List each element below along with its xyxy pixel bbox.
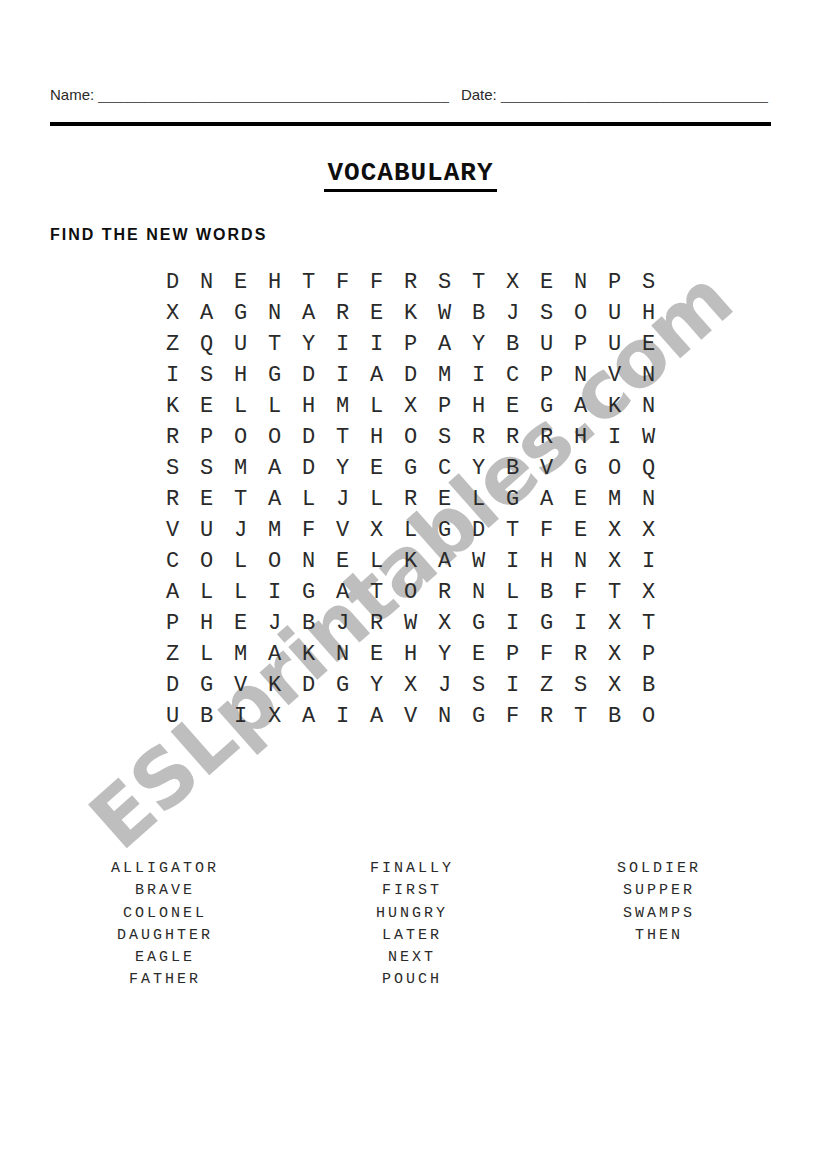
grid-cell-r11c15: X [632, 577, 666, 608]
grid-cell-r13c7: E [360, 639, 394, 670]
grid-cell-r15c15: O [632, 701, 666, 732]
grid-cell-r1c10: T [462, 267, 496, 298]
grid-cell-r14c15: B [632, 670, 666, 701]
grid-cell-r12c9: X [428, 608, 462, 639]
grid-cell-r5c6: M [326, 391, 360, 422]
grid-cell-r2c10: B [462, 298, 496, 329]
date-blank-line: ________________________________ [501, 86, 768, 103]
grid-cell-r15c8: V [394, 701, 428, 732]
grid-cell-r3c7: I [360, 329, 394, 360]
grid-cell-r4c12: P [530, 360, 564, 391]
word-search-grid: DNEHTFFRSTXENPSXAGNAREKWBJSOUHZQUTYIIPAY… [156, 267, 666, 732]
grid-cell-r14c14: X [598, 670, 632, 701]
grid-cell-r15c13: T [564, 701, 598, 732]
grid-cell-r10c1: C [156, 546, 190, 577]
grid-cell-r1c7: F [360, 267, 394, 298]
grid-cell-r6c13: H [564, 422, 598, 453]
grid-cell-r14c7: Y [360, 670, 394, 701]
grid-cell-r4c10: I [462, 360, 496, 391]
grid-cell-r3c13: P [564, 329, 598, 360]
grid-cell-r5c13: A [564, 391, 598, 422]
grid-cell-r1c13: N [564, 267, 598, 298]
grid-cell-r11c1: A [156, 577, 190, 608]
grid-cell-r7c15: Q [632, 453, 666, 484]
grid-cell-r14c2: G [190, 670, 224, 701]
grid-cell-r10c3: L [224, 546, 258, 577]
grid-cell-r10c2: O [190, 546, 224, 577]
word-list-column-3: SOLDIERSUPPERSWAMPSTHEN [534, 858, 781, 992]
grid-cell-r4c8: D [394, 360, 428, 391]
grid-cell-r15c6: I [326, 701, 360, 732]
date-label: Date: [461, 86, 497, 103]
grid-cell-r14c11: I [496, 670, 530, 701]
grid-cell-r3c10: Y [462, 329, 496, 360]
grid-cell-r10c15: I [632, 546, 666, 577]
grid-cell-r15c12: R [530, 701, 564, 732]
word-item-then: THEN [534, 925, 781, 947]
grid-cell-r14c6: G [326, 670, 360, 701]
grid-cell-r2c12: S [530, 298, 564, 329]
grid-cell-r11c13: F [564, 577, 598, 608]
grid-cell-r8c13: E [564, 484, 598, 515]
grid-cell-r12c11: I [496, 608, 530, 639]
grid-cell-r1c3: E [224, 267, 258, 298]
grid-cell-r12c15: T [632, 608, 666, 639]
word-item-first: FIRST [287, 880, 534, 902]
grid-cell-r9c9: G [428, 515, 462, 546]
name-label: Name: [50, 86, 94, 103]
grid-cell-r2c8: K [394, 298, 428, 329]
grid-cell-r12c12: G [530, 608, 564, 639]
grid-cell-r4c13: N [564, 360, 598, 391]
grid-cell-r13c3: M [224, 639, 258, 670]
grid-cell-r14c13: S [564, 670, 598, 701]
grid-cell-r10c9: A [428, 546, 462, 577]
grid-cell-r2c13: O [564, 298, 598, 329]
grid-cell-r12c2: H [190, 608, 224, 639]
grid-cell-r9c2: U [190, 515, 224, 546]
grid-cell-r5c1: K [156, 391, 190, 422]
grid-cell-r9c12: F [530, 515, 564, 546]
grid-cell-r15c4: X [258, 701, 292, 732]
grid-cell-r11c7: T [360, 577, 394, 608]
grid-cell-r13c13: R [564, 639, 598, 670]
grid-cell-r5c15: N [632, 391, 666, 422]
title-row: VOCABULARY [0, 158, 821, 192]
grid-cell-r13c9: Y [428, 639, 462, 670]
grid-cell-r14c3: V [224, 670, 258, 701]
grid-cell-r8c6: J [326, 484, 360, 515]
grid-cell-r11c5: G [292, 577, 326, 608]
grid-cell-r7c2: S [190, 453, 224, 484]
grid-cell-r10c6: E [326, 546, 360, 577]
grid-cell-r13c6: N [326, 639, 360, 670]
word-item-father: FATHER [40, 969, 287, 991]
word-item-daughter: DAUGHTER [40, 925, 287, 947]
grid-cell-r7c14: O [598, 453, 632, 484]
grid-cell-r10c8: K [394, 546, 428, 577]
grid-cell-r1c5: T [292, 267, 326, 298]
grid-cell-r4c3: H [224, 360, 258, 391]
grid-cell-r10c14: X [598, 546, 632, 577]
page-title: VOCABULARY [324, 158, 496, 192]
grid-cell-r7c5: D [292, 453, 326, 484]
grid-cell-r7c6: Y [326, 453, 360, 484]
grid-cell-r12c10: G [462, 608, 496, 639]
grid-cell-r5c14: K [598, 391, 632, 422]
grid-cell-r13c2: L [190, 639, 224, 670]
grid-cell-r4c4: G [258, 360, 292, 391]
grid-cell-r9c15: X [632, 515, 666, 546]
grid-cell-r1c12: E [530, 267, 564, 298]
grid-cell-r3c14: U [598, 329, 632, 360]
grid-cell-r3c9: A [428, 329, 462, 360]
grid-cell-r6c3: O [224, 422, 258, 453]
grid-cell-r3c5: Y [292, 329, 326, 360]
grid-cell-r4c5: D [292, 360, 326, 391]
grid-cell-r9c6: V [326, 515, 360, 546]
grid-cell-r3c2: Q [190, 329, 224, 360]
grid-cell-r12c3: E [224, 608, 258, 639]
grid-cell-r14c9: J [428, 670, 462, 701]
grid-cell-r1c8: R [394, 267, 428, 298]
grid-cell-r13c11: P [496, 639, 530, 670]
word-item-later: LATER [287, 925, 534, 947]
grid-cell-r1c14: P [598, 267, 632, 298]
grid-cell-r13c12: F [530, 639, 564, 670]
grid-cell-r11c10: N [462, 577, 496, 608]
grid-cell-r13c14: X [598, 639, 632, 670]
grid-cell-r13c1: Z [156, 639, 190, 670]
grid-cell-r15c1: U [156, 701, 190, 732]
grid-cell-r5c9: P [428, 391, 462, 422]
grid-cell-r13c8: H [394, 639, 428, 670]
grid-cell-r6c7: H [360, 422, 394, 453]
grid-cell-r6c6: T [326, 422, 360, 453]
grid-cell-r6c8: O [394, 422, 428, 453]
grid-cell-r6c5: D [292, 422, 326, 453]
grid-cell-r2c2: A [190, 298, 224, 329]
grid-cell-r9c10: D [462, 515, 496, 546]
word-list: ALLIGATORBRAVECOLONELDAUGHTEREAGLEFATHER… [40, 858, 781, 992]
grid-cell-r10c7: L [360, 546, 394, 577]
grid-cell-r6c15: W [632, 422, 666, 453]
grid-cell-r7c10: Y [462, 453, 496, 484]
grid-cell-r2c6: R [326, 298, 360, 329]
word-item-supper: SUPPER [534, 880, 781, 902]
grid-cell-r3c15: E [632, 329, 666, 360]
worksheet-page: Name: __________________________________… [0, 0, 821, 1169]
grid-cell-r5c12: G [530, 391, 564, 422]
grid-cell-r2c7: E [360, 298, 394, 329]
grid-cell-r11c6: A [326, 577, 360, 608]
grid-cell-r8c11: G [496, 484, 530, 515]
grid-cell-r2c9: W [428, 298, 462, 329]
grid-cell-r10c12: H [530, 546, 564, 577]
grid-cell-r2c15: H [632, 298, 666, 329]
grid-cell-r8c10: L [462, 484, 496, 515]
grid-cell-r1c1: D [156, 267, 190, 298]
grid-cell-r1c6: F [326, 267, 360, 298]
grid-cell-r15c3: I [224, 701, 258, 732]
grid-cell-r2c14: U [598, 298, 632, 329]
grid-cell-r7c12: V [530, 453, 564, 484]
grid-cell-r11c4: I [258, 577, 292, 608]
grid-cell-r6c2: P [190, 422, 224, 453]
grid-cell-r7c3: M [224, 453, 258, 484]
grid-cell-r9c13: E [564, 515, 598, 546]
grid-cell-r3c4: T [258, 329, 292, 360]
instructions-text: FIND THE NEW WORDS [50, 226, 267, 244]
grid-cell-r12c4: J [258, 608, 292, 639]
grid-cell-r9c3: J [224, 515, 258, 546]
word-item-finally: FINALLY [287, 858, 534, 880]
grid-cell-r15c5: A [292, 701, 326, 732]
grid-cell-r11c2: L [190, 577, 224, 608]
grid-cell-r12c14: X [598, 608, 632, 639]
grid-cell-r11c3: L [224, 577, 258, 608]
word-list-column-2: FINALLYFIRSTHUNGRYLATERNEXTPOUCH [287, 858, 534, 992]
grid-cell-r3c12: U [530, 329, 564, 360]
grid-cell-r14c5: D [292, 670, 326, 701]
grid-cell-r9c8: L [394, 515, 428, 546]
grid-cell-r4c15: N [632, 360, 666, 391]
grid-cell-r15c11: F [496, 701, 530, 732]
grid-cell-r8c1: R [156, 484, 190, 515]
grid-cell-r11c14: T [598, 577, 632, 608]
grid-cell-r4c2: S [190, 360, 224, 391]
grid-cell-r5c2: E [190, 391, 224, 422]
word-item-swamps: SWAMPS [534, 903, 781, 925]
grid-cell-r6c14: I [598, 422, 632, 453]
grid-cell-r14c12: Z [530, 670, 564, 701]
grid-cell-r15c10: G [462, 701, 496, 732]
grid-cell-r15c7: A [360, 701, 394, 732]
name-date-header: Name: __________________________________… [50, 86, 771, 103]
word-item-alligator: ALLIGATOR [40, 858, 287, 880]
grid-cell-r11c11: L [496, 577, 530, 608]
grid-cell-r8c15: N [632, 484, 666, 515]
grid-cell-r6c4: O [258, 422, 292, 453]
grid-cell-r5c4: L [258, 391, 292, 422]
grid-cell-r9c4: M [258, 515, 292, 546]
grid-cell-r7c1: S [156, 453, 190, 484]
grid-cell-r12c1: P [156, 608, 190, 639]
grid-cell-r6c11: R [496, 422, 530, 453]
grid-cell-r7c11: B [496, 453, 530, 484]
grid-cell-r4c7: A [360, 360, 394, 391]
grid-cell-r11c12: B [530, 577, 564, 608]
grid-cell-r9c1: V [156, 515, 190, 546]
word-item-soldier: SOLDIER [534, 858, 781, 880]
grid-cell-r12c13: I [564, 608, 598, 639]
grid-cell-r3c8: P [394, 329, 428, 360]
word-list-column-1: ALLIGATORBRAVECOLONELDAUGHTEREAGLEFATHER [40, 858, 287, 992]
grid-cell-r6c10: R [462, 422, 496, 453]
grid-cell-r1c4: H [258, 267, 292, 298]
grid-cell-r10c4: O [258, 546, 292, 577]
grid-cell-r5c11: E [496, 391, 530, 422]
grid-cell-r2c1: X [156, 298, 190, 329]
grid-cell-r1c9: S [428, 267, 462, 298]
grid-cell-r4c6: I [326, 360, 360, 391]
word-item-brave: BRAVE [40, 880, 287, 902]
grid-cell-r2c3: G [224, 298, 258, 329]
grid-cell-r8c7: L [360, 484, 394, 515]
grid-cell-r4c14: V [598, 360, 632, 391]
grid-cell-r6c9: S [428, 422, 462, 453]
grid-cell-r5c7: L [360, 391, 394, 422]
grid-cell-r1c11: X [496, 267, 530, 298]
divider-rule [50, 122, 771, 126]
grid-cell-r13c5: K [292, 639, 326, 670]
name-blank-line: ________________________________________… [98, 86, 448, 103]
grid-cell-r2c5: A [292, 298, 326, 329]
grid-cell-r9c7: X [360, 515, 394, 546]
grid-cell-r10c10: W [462, 546, 496, 577]
grid-cell-r7c8: G [394, 453, 428, 484]
grid-cell-r4c9: M [428, 360, 462, 391]
grid-cell-r9c11: T [496, 515, 530, 546]
grid-cell-r3c6: I [326, 329, 360, 360]
grid-cell-r12c5: B [292, 608, 326, 639]
grid-cell-r2c4: N [258, 298, 292, 329]
grid-cell-r15c14: B [598, 701, 632, 732]
grid-cell-r7c7: E [360, 453, 394, 484]
grid-cell-r8c2: E [190, 484, 224, 515]
grid-cell-r12c7: R [360, 608, 394, 639]
grid-cell-r14c8: X [394, 670, 428, 701]
grid-cell-r6c12: R [530, 422, 564, 453]
grid-cell-r3c1: Z [156, 329, 190, 360]
grid-cell-r6c1: R [156, 422, 190, 453]
grid-cell-r13c4: A [258, 639, 292, 670]
grid-cell-r10c13: N [564, 546, 598, 577]
grid-cell-r7c4: A [258, 453, 292, 484]
grid-cell-r14c1: D [156, 670, 190, 701]
grid-cell-r10c5: N [292, 546, 326, 577]
grid-cell-r12c8: W [394, 608, 428, 639]
grid-cell-r15c9: N [428, 701, 462, 732]
grid-cell-r3c3: U [224, 329, 258, 360]
grid-cell-r11c8: O [394, 577, 428, 608]
grid-cell-r4c1: I [156, 360, 190, 391]
grid-cell-r3c11: B [496, 329, 530, 360]
word-item-colonel: COLONEL [40, 903, 287, 925]
grid-cell-r8c8: R [394, 484, 428, 515]
grid-cell-r12c6: J [326, 608, 360, 639]
grid-cell-r8c4: A [258, 484, 292, 515]
grid-cell-r10c11: I [496, 546, 530, 577]
grid-cell-r4c11: C [496, 360, 530, 391]
grid-cell-r5c5: H [292, 391, 326, 422]
grid-cell-r7c9: C [428, 453, 462, 484]
grid-cell-r9c14: X [598, 515, 632, 546]
grid-cell-r13c10: E [462, 639, 496, 670]
grid-cell-r8c3: T [224, 484, 258, 515]
grid-cell-r5c3: L [224, 391, 258, 422]
grid-cell-r1c2: N [190, 267, 224, 298]
grid-cell-r14c10: S [462, 670, 496, 701]
grid-cell-r5c8: X [394, 391, 428, 422]
word-item-pouch: POUCH [287, 969, 534, 991]
word-item-hungry: HUNGRY [287, 903, 534, 925]
grid-cell-r13c15: P [632, 639, 666, 670]
word-item-next: NEXT [287, 947, 534, 969]
grid-cell-r9c5: F [292, 515, 326, 546]
grid-cell-r7c13: G [564, 453, 598, 484]
grid-cell-r11c9: R [428, 577, 462, 608]
grid-cell-r8c14: M [598, 484, 632, 515]
grid-cell-r8c5: L [292, 484, 326, 515]
grid-cell-r15c2: B [190, 701, 224, 732]
grid-cell-r8c12: A [530, 484, 564, 515]
grid-cell-r5c10: H [462, 391, 496, 422]
grid-cell-r1c15: S [632, 267, 666, 298]
grid-cell-r8c9: E [428, 484, 462, 515]
word-item-eagle: EAGLE [40, 947, 287, 969]
grid-cell-r14c4: K [258, 670, 292, 701]
grid-cell-r2c11: J [496, 298, 530, 329]
